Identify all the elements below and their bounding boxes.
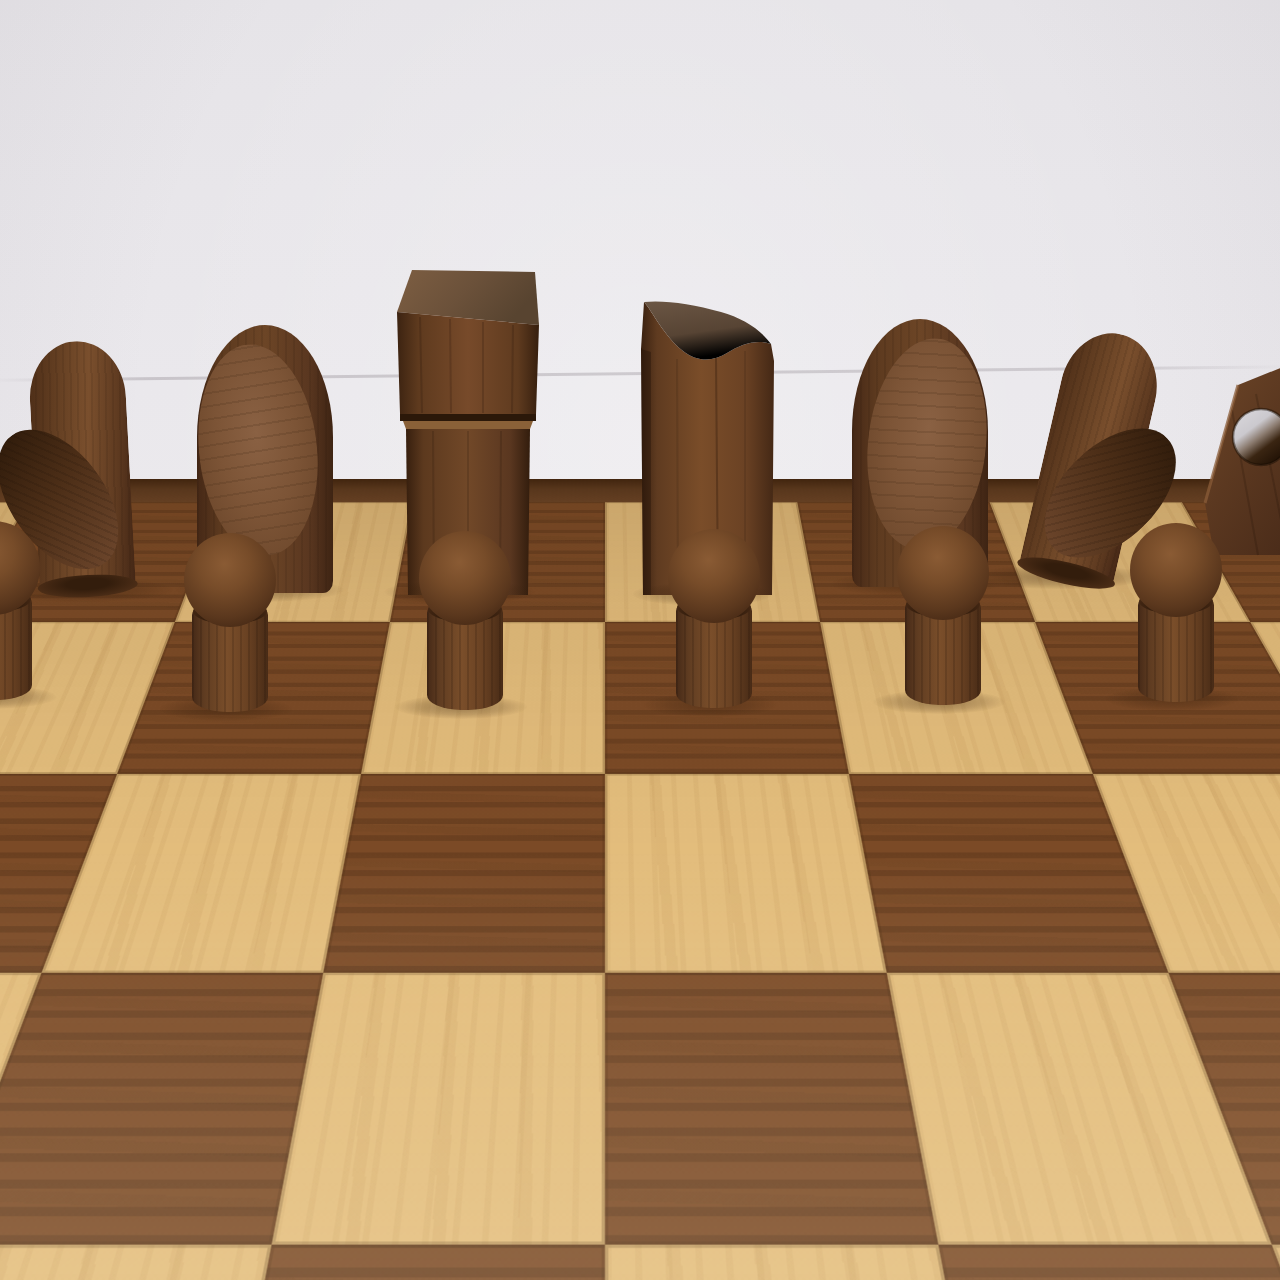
piece-black-pawn-g7[interactable]: [1121, 512, 1231, 702]
piece-black-pawn-e7[interactable]: [659, 518, 769, 708]
pawn-sphere-head: [0, 521, 40, 615]
pawn-sphere-head: [668, 529, 760, 623]
pawn-sphere-head: [419, 531, 511, 625]
pawn-sphere-head: [1130, 523, 1222, 617]
piece-black-pawn-c7[interactable]: [175, 522, 285, 712]
pieces-layer: [0, 0, 1280, 1280]
piece-black-pawn-d7[interactable]: [410, 520, 520, 710]
piece-black-pawn-b7[interactable]: [0, 510, 49, 700]
piece-black-pawn-f7[interactable]: [888, 515, 998, 705]
pawn-sphere-head: [184, 533, 276, 627]
pawn-sphere-head: [897, 526, 989, 620]
piece-black-knight-g8[interactable]: [990, 322, 1140, 580]
